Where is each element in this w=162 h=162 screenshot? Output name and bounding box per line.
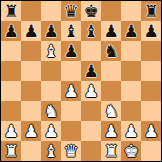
- square-d1[interactable]: ♛: [61, 141, 81, 161]
- square-e2[interactable]: [81, 121, 101, 141]
- square-a8[interactable]: ♜: [1, 1, 21, 21]
- square-h5[interactable]: [141, 61, 161, 81]
- piece-black-rook: ♜: [3, 1, 18, 21]
- square-f3[interactable]: ♞: [101, 101, 121, 121]
- square-g5[interactable]: [121, 61, 141, 81]
- square-d6[interactable]: ♟: [61, 41, 81, 61]
- square-c4[interactable]: [41, 81, 61, 101]
- square-g8[interactable]: [121, 1, 141, 21]
- piece-white-pawn: ♟: [83, 81, 98, 101]
- piece-black-queen: ♛: [63, 1, 78, 21]
- square-h6[interactable]: [141, 41, 161, 61]
- square-e5[interactable]: ♟: [81, 61, 101, 81]
- square-b7[interactable]: ♟: [21, 21, 41, 41]
- piece-black-pawn: ♟: [43, 21, 58, 41]
- square-c6[interactable]: ♝: [41, 41, 61, 61]
- piece-white-bishop: ♝: [43, 141, 58, 161]
- chess-board: ♜♛♚♜♟♟♟♝♝♟♟♟♝♟♞♟♟♟♞♞♟♟♟♟♟♟♜♝♛♜♚: [0, 0, 162, 162]
- square-f7[interactable]: ♟: [101, 21, 121, 41]
- square-d2[interactable]: [61, 121, 81, 141]
- square-h3[interactable]: [141, 101, 161, 121]
- square-a4[interactable]: [1, 81, 21, 101]
- square-f6[interactable]: ♞: [101, 41, 121, 61]
- piece-white-pawn: ♟: [123, 121, 138, 141]
- piece-white-pawn: ♟: [23, 121, 38, 141]
- square-c1[interactable]: ♝: [41, 141, 61, 161]
- square-c5[interactable]: [41, 61, 61, 81]
- square-g6[interactable]: [121, 41, 141, 61]
- square-d5[interactable]: [61, 61, 81, 81]
- square-c7[interactable]: ♟: [41, 21, 61, 41]
- square-d3[interactable]: [61, 101, 81, 121]
- square-b1[interactable]: [21, 141, 41, 161]
- piece-white-knight: ♞: [103, 101, 118, 121]
- square-e4[interactable]: ♟: [81, 81, 101, 101]
- square-a7[interactable]: ♟: [1, 21, 21, 41]
- square-d7[interactable]: ♝: [61, 21, 81, 41]
- piece-white-rook: ♜: [103, 141, 118, 161]
- square-f4[interactable]: [101, 81, 121, 101]
- piece-black-pawn: ♟: [23, 21, 38, 41]
- square-h7[interactable]: ♟: [141, 21, 161, 41]
- square-e1[interactable]: [81, 141, 101, 161]
- square-a2[interactable]: ♟: [1, 121, 21, 141]
- piece-black-king: ♚: [83, 1, 98, 21]
- square-b6[interactable]: [21, 41, 41, 61]
- square-d8[interactable]: ♛: [61, 1, 81, 21]
- square-b4[interactable]: [21, 81, 41, 101]
- square-b8[interactable]: [21, 1, 41, 21]
- square-a1[interactable]: ♜: [1, 141, 21, 161]
- piece-white-queen: ♛: [63, 141, 78, 161]
- square-a3[interactable]: [1, 101, 21, 121]
- piece-white-pawn: ♟: [63, 81, 78, 101]
- square-h8[interactable]: ♜: [141, 1, 161, 21]
- square-g2[interactable]: ♟: [121, 121, 141, 141]
- piece-white-pawn: ♟: [143, 121, 158, 141]
- piece-white-pawn: ♟: [103, 121, 118, 141]
- square-c3[interactable]: ♞: [41, 101, 61, 121]
- square-f5[interactable]: [101, 61, 121, 81]
- piece-white-pawn: ♟: [3, 121, 18, 141]
- square-d4[interactable]: ♟: [61, 81, 81, 101]
- square-g7[interactable]: ♟: [121, 21, 141, 41]
- board-grid: ♜♛♚♜♟♟♟♝♝♟♟♟♝♟♞♟♟♟♞♞♟♟♟♟♟♟♜♝♛♜♚: [1, 1, 161, 161]
- piece-white-knight: ♞: [43, 101, 58, 121]
- square-h4[interactable]: [141, 81, 161, 101]
- piece-white-bishop: ♝: [43, 41, 58, 61]
- piece-white-rook: ♜: [3, 141, 18, 161]
- square-b5[interactable]: [21, 61, 41, 81]
- square-e8[interactable]: ♚: [81, 1, 101, 21]
- piece-black-bishop: ♝: [63, 21, 78, 41]
- square-f8[interactable]: [101, 1, 121, 21]
- piece-white-king: ♚: [123, 141, 138, 161]
- square-a5[interactable]: [1, 61, 21, 81]
- piece-black-rook: ♜: [143, 1, 158, 21]
- square-g1[interactable]: ♚: [121, 141, 141, 161]
- square-g3[interactable]: [121, 101, 141, 121]
- square-f1[interactable]: ♜: [101, 141, 121, 161]
- square-g4[interactable]: [121, 81, 141, 101]
- square-c2[interactable]: ♟: [41, 121, 61, 141]
- square-a6[interactable]: [1, 41, 21, 61]
- piece-black-bishop: ♝: [83, 21, 98, 41]
- square-b2[interactable]: ♟: [21, 121, 41, 141]
- square-f2[interactable]: ♟: [101, 121, 121, 141]
- piece-black-pawn: ♟: [3, 21, 18, 41]
- piece-white-pawn: ♟: [43, 121, 58, 141]
- square-e7[interactable]: ♝: [81, 21, 101, 41]
- piece-black-pawn: ♟: [123, 21, 138, 41]
- piece-black-pawn: ♟: [143, 21, 158, 41]
- piece-black-knight: ♞: [103, 41, 118, 61]
- piece-black-pawn: ♟: [103, 21, 118, 41]
- square-e3[interactable]: [81, 101, 101, 121]
- piece-black-pawn: ♟: [83, 61, 98, 81]
- square-c8[interactable]: [41, 1, 61, 21]
- square-e6[interactable]: [81, 41, 101, 61]
- square-h1[interactable]: [141, 141, 161, 161]
- piece-black-pawn: ♟: [63, 41, 78, 61]
- square-b3[interactable]: [21, 101, 41, 121]
- square-h2[interactable]: ♟: [141, 121, 161, 141]
